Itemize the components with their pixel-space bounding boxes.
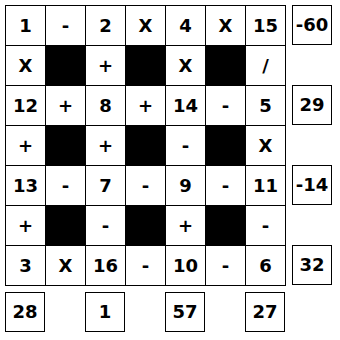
operator-cell: + [6, 206, 45, 245]
number-cell: 11 [246, 166, 285, 205]
number-cell: 6 [246, 246, 285, 285]
operator-cell: X [6, 46, 45, 85]
operator-cell: - [206, 246, 245, 285]
operator-cell: X [166, 46, 205, 85]
operator-cell: - [126, 246, 165, 285]
number-cell: 14 [166, 86, 205, 125]
number-cell: 3 [6, 246, 45, 285]
operator-cell: + [86, 46, 125, 85]
block-cell [46, 206, 85, 245]
block-cell [206, 126, 245, 165]
number-cell: 15 [246, 6, 285, 45]
number-cell: 9 [166, 166, 205, 205]
block-cell [126, 126, 165, 165]
operator-cell: X [246, 126, 285, 165]
row-result-box: 32 [292, 245, 332, 285]
operator-cell: X [126, 6, 165, 45]
block-cell [206, 46, 245, 85]
block-cell [46, 126, 85, 165]
operator-cell: - [46, 6, 85, 45]
cross-math-board: 1-2X4X15X+X/12+8+14-5++-X13-7-9-11+-+-3X… [0, 0, 340, 340]
operator-cell: - [246, 206, 285, 245]
operator-cell: X [46, 246, 85, 285]
operator-cell: - [206, 166, 245, 205]
number-cell: 12 [6, 86, 45, 125]
operator-cell: - [206, 86, 245, 125]
number-cell: 2 [86, 6, 125, 45]
number-cell: 8 [86, 86, 125, 125]
block-cell [206, 206, 245, 245]
row-result-box: 29 [292, 85, 332, 125]
operator-cell: + [6, 126, 45, 165]
operator-cell: - [86, 206, 125, 245]
column-result-box: 57 [165, 292, 205, 332]
operator-cell: + [126, 86, 165, 125]
row-result-box: -60 [292, 5, 332, 45]
number-cell: 16 [86, 246, 125, 285]
operator-cell: - [166, 126, 205, 165]
block-cell [126, 206, 165, 245]
operator-cell: + [86, 126, 125, 165]
column-result-box: 1 [85, 292, 125, 332]
column-result-box: 28 [5, 292, 45, 332]
block-cell [126, 46, 165, 85]
row-result-box: -14 [292, 165, 332, 205]
operator-cell: + [46, 86, 85, 125]
number-cell: 13 [6, 166, 45, 205]
block-cell [46, 46, 85, 85]
operator-cell: - [126, 166, 165, 205]
operator-cell: - [46, 166, 85, 205]
number-cell: 10 [166, 246, 205, 285]
puzzle-grid: 1-2X4X15X+X/12+8+14-5++-X13-7-9-11+-+-3X… [5, 5, 286, 286]
number-cell: 4 [166, 6, 205, 45]
number-cell: 7 [86, 166, 125, 205]
number-cell: 1 [6, 6, 45, 45]
operator-cell: / [246, 46, 285, 85]
column-result-box: 27 [245, 292, 285, 332]
operator-cell: X [206, 6, 245, 45]
number-cell: 5 [246, 86, 285, 125]
operator-cell: + [166, 206, 205, 245]
